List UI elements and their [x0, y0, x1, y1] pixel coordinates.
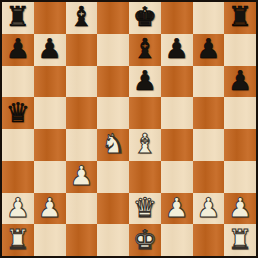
square-g7[interactable]: ♟ [193, 34, 225, 66]
square-c3[interactable]: ♟ [66, 161, 98, 193]
black-pawn: ♟ [165, 35, 189, 62]
black-pawn: ♟ [133, 67, 157, 94]
black-rook: ♜ [6, 3, 30, 30]
white-pawn: ♟ [196, 194, 220, 221]
square-d3[interactable] [97, 161, 129, 193]
square-a7[interactable]: ♟ [2, 34, 34, 66]
square-f5[interactable] [161, 97, 193, 129]
square-d7[interactable] [97, 34, 129, 66]
square-a6[interactable] [2, 66, 34, 98]
white-pawn: ♟ [165, 194, 189, 221]
black-bishop: ♝ [133, 35, 157, 62]
black-pawn: ♟ [196, 35, 220, 62]
square-e4[interactable]: ♝ [129, 129, 161, 161]
square-g8[interactable] [193, 2, 225, 34]
square-h7[interactable] [224, 34, 256, 66]
square-f3[interactable] [161, 161, 193, 193]
square-f8[interactable] [161, 2, 193, 34]
square-e2[interactable]: ♛ [129, 193, 161, 225]
square-a4[interactable] [2, 129, 34, 161]
white-rook: ♜ [228, 226, 252, 253]
square-g5[interactable] [193, 97, 225, 129]
square-h5[interactable] [224, 97, 256, 129]
black-pawn: ♟ [38, 35, 62, 62]
square-b7[interactable]: ♟ [34, 34, 66, 66]
square-b5[interactable] [34, 97, 66, 129]
square-f4[interactable] [161, 129, 193, 161]
chess-board: ♜♝♚♜♟♟♝♟♟♟♟♛♞♝♟♟♟♛♟♟♟♜♚♜ [2, 2, 256, 256]
white-rook: ♜ [6, 226, 30, 253]
square-d5[interactable] [97, 97, 129, 129]
white-knight: ♞ [101, 130, 125, 157]
square-b3[interactable] [34, 161, 66, 193]
black-pawn: ♟ [6, 35, 30, 62]
square-a3[interactable] [2, 161, 34, 193]
square-g4[interactable] [193, 129, 225, 161]
white-pawn: ♟ [6, 194, 30, 221]
white-king: ♚ [133, 226, 157, 253]
square-f1[interactable] [161, 224, 193, 256]
square-h4[interactable] [224, 129, 256, 161]
square-e5[interactable] [129, 97, 161, 129]
black-rook: ♜ [228, 3, 252, 30]
square-a1[interactable]: ♜ [2, 224, 34, 256]
black-pawn: ♟ [228, 67, 252, 94]
square-e7[interactable]: ♝ [129, 34, 161, 66]
square-c4[interactable] [66, 129, 98, 161]
square-c5[interactable] [66, 97, 98, 129]
square-c1[interactable] [66, 224, 98, 256]
square-g1[interactable] [193, 224, 225, 256]
white-pawn: ♟ [38, 194, 62, 221]
square-a2[interactable]: ♟ [2, 193, 34, 225]
square-d6[interactable] [97, 66, 129, 98]
square-c2[interactable] [66, 193, 98, 225]
square-g2[interactable]: ♟ [193, 193, 225, 225]
square-f7[interactable]: ♟ [161, 34, 193, 66]
square-d1[interactable] [97, 224, 129, 256]
square-g6[interactable] [193, 66, 225, 98]
square-c7[interactable] [66, 34, 98, 66]
square-e6[interactable]: ♟ [129, 66, 161, 98]
chess-board-frame: ♜♝♚♜♟♟♝♟♟♟♟♛♞♝♟♟♟♛♟♟♟♜♚♜ [0, 0, 258, 258]
square-b8[interactable] [34, 2, 66, 34]
square-c6[interactable] [66, 66, 98, 98]
square-b1[interactable] [34, 224, 66, 256]
square-h6[interactable]: ♟ [224, 66, 256, 98]
square-d2[interactable] [97, 193, 129, 225]
square-a5[interactable]: ♛ [2, 97, 34, 129]
square-b6[interactable] [34, 66, 66, 98]
square-d8[interactable] [97, 2, 129, 34]
square-h3[interactable] [224, 161, 256, 193]
square-h2[interactable]: ♟ [224, 193, 256, 225]
white-pawn: ♟ [69, 162, 93, 189]
white-queen: ♛ [133, 194, 157, 221]
square-e8[interactable]: ♚ [129, 2, 161, 34]
square-b4[interactable] [34, 129, 66, 161]
square-f2[interactable]: ♟ [161, 193, 193, 225]
square-d4[interactable]: ♞ [97, 129, 129, 161]
square-e3[interactable] [129, 161, 161, 193]
black-king: ♚ [133, 3, 157, 30]
square-b2[interactable]: ♟ [34, 193, 66, 225]
square-c8[interactable]: ♝ [66, 2, 98, 34]
square-g3[interactable] [193, 161, 225, 193]
square-h8[interactable]: ♜ [224, 2, 256, 34]
square-e1[interactable]: ♚ [129, 224, 161, 256]
white-bishop: ♝ [133, 130, 157, 157]
white-pawn: ♟ [228, 194, 252, 221]
black-queen: ♛ [6, 99, 30, 126]
black-bishop: ♝ [69, 3, 93, 30]
square-a8[interactable]: ♜ [2, 2, 34, 34]
square-h1[interactable]: ♜ [224, 224, 256, 256]
square-f6[interactable] [161, 66, 193, 98]
